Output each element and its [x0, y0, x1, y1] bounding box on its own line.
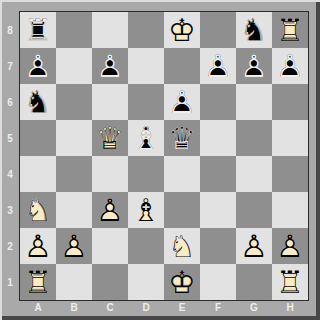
piece-white-knight[interactable]: ♞♘	[20, 192, 56, 228]
piece-white-pawn[interactable]: ♟♙	[56, 228, 92, 264]
rank-label-4: 4	[0, 156, 20, 192]
white-knight-outline-icon: ♘	[164, 228, 200, 264]
piece-black-pawn[interactable]: ♟♙	[272, 48, 308, 84]
square-f6[interactable]	[200, 84, 236, 120]
square-d5[interactable]: ♝♗	[128, 120, 164, 156]
square-c4[interactable]	[92, 156, 128, 192]
white-pawn-icon: ♟	[56, 228, 92, 264]
white-king-icon: ♚	[164, 12, 200, 48]
black-pawn-icon: ♟	[164, 84, 200, 120]
square-d6[interactable]	[128, 84, 164, 120]
square-d7[interactable]	[128, 48, 164, 84]
white-pawn-icon: ♟	[236, 228, 272, 264]
piece-white-pawn[interactable]: ♟♙	[272, 228, 308, 264]
white-pawn-icon: ♟	[272, 228, 308, 264]
square-h2[interactable]: ♟♙	[272, 228, 308, 264]
piece-white-rook[interactable]: ♜♖	[20, 264, 56, 300]
square-e1[interactable]: ♚♔	[164, 264, 200, 300]
square-c8[interactable]	[92, 12, 128, 48]
diagram-frame: 87654321 ♜♖♚♔♞♘♜♖♟♙♟♙♟♙♟♙♟♙♞♘♟♙♛♕♝♗♛♕♞♘♟…	[0, 0, 320, 320]
piece-black-rook[interactable]: ♜♖	[20, 12, 56, 48]
piece-white-pawn[interactable]: ♟♙	[20, 228, 56, 264]
piece-white-king[interactable]: ♚♔	[164, 12, 200, 48]
black-bishop-outline-icon: ♗	[128, 120, 164, 156]
square-a6[interactable]: ♞♘	[20, 84, 56, 120]
square-e8[interactable]: ♚♔	[164, 12, 200, 48]
square-a2[interactable]: ♟♙	[20, 228, 56, 264]
piece-white-rook[interactable]: ♜♖	[272, 12, 308, 48]
black-pawn-icon: ♟	[92, 48, 128, 84]
piece-black-knight[interactable]: ♞♘	[20, 84, 56, 120]
square-b7[interactable]	[56, 48, 92, 84]
chess-board[interactable]: ♜♖♚♔♞♘♜♖♟♙♟♙♟♙♟♙♟♙♞♘♟♙♛♕♝♗♛♕♞♘♟♙♝♗♟♙♟♙♞♘…	[20, 12, 308, 300]
square-g5[interactable]	[236, 120, 272, 156]
black-pawn-icon: ♟	[200, 48, 236, 84]
square-h1[interactable]: ♜♖	[272, 264, 308, 300]
square-g4[interactable]	[236, 156, 272, 192]
black-pawn-outline-icon: ♙	[200, 48, 236, 84]
square-e4[interactable]	[164, 156, 200, 192]
white-queen-outline-icon: ♕	[92, 120, 128, 156]
square-f2[interactable]	[200, 228, 236, 264]
file-label-d: D	[128, 301, 164, 317]
white-knight-icon: ♞	[164, 228, 200, 264]
white-pawn-icon: ♟	[20, 228, 56, 264]
square-b6[interactable]	[56, 84, 92, 120]
square-a8[interactable]: ♜♖	[20, 12, 56, 48]
piece-black-bishop[interactable]: ♝♗	[128, 120, 164, 156]
square-d4[interactable]	[128, 156, 164, 192]
black-pawn-outline-icon: ♙	[164, 84, 200, 120]
square-b1[interactable]	[56, 264, 92, 300]
rank-label-1: 1	[0, 264, 20, 300]
square-f5[interactable]	[200, 120, 236, 156]
square-g8[interactable]: ♞♘	[236, 12, 272, 48]
white-knight-outline-icon: ♘	[20, 192, 56, 228]
white-rook-outline-icon: ♖	[272, 264, 308, 300]
white-pawn-outline-icon: ♙	[272, 228, 308, 264]
file-label-b: B	[56, 301, 92, 317]
square-e5[interactable]: ♛♕	[164, 120, 200, 156]
square-c5[interactable]: ♛♕	[92, 120, 128, 156]
piece-white-pawn[interactable]: ♟♙	[236, 228, 272, 264]
file-label-f: F	[200, 301, 236, 317]
square-c1[interactable]	[92, 264, 128, 300]
white-king-outline-icon: ♔	[164, 12, 200, 48]
square-h4[interactable]	[272, 156, 308, 192]
white-rook-outline-icon: ♖	[20, 264, 56, 300]
white-rook-icon: ♜	[272, 264, 308, 300]
black-knight-icon: ♞	[20, 84, 56, 120]
square-a5[interactable]	[20, 120, 56, 156]
rank-label-3: 3	[0, 192, 20, 228]
square-f1[interactable]	[200, 264, 236, 300]
square-c2[interactable]	[92, 228, 128, 264]
black-pawn-icon: ♟	[236, 48, 272, 84]
square-f8[interactable]	[200, 12, 236, 48]
black-rook-outline-icon: ♖	[20, 12, 56, 48]
white-knight-icon: ♞	[20, 192, 56, 228]
piece-black-pawn[interactable]: ♟♙	[200, 48, 236, 84]
black-pawn-outline-icon: ♙	[92, 48, 128, 84]
black-bishop-icon: ♝	[128, 120, 164, 156]
piece-black-queen[interactable]: ♛♕	[164, 120, 200, 156]
square-a3[interactable]: ♞♘	[20, 192, 56, 228]
file-label-h: H	[272, 301, 308, 317]
white-queen-icon: ♛	[92, 120, 128, 156]
white-pawn-outline-icon: ♙	[56, 228, 92, 264]
piece-black-pawn[interactable]: ♟♙	[164, 84, 200, 120]
file-label-g: G	[236, 301, 272, 317]
rank-labels: 87654321	[0, 12, 20, 300]
piece-black-pawn[interactable]: ♟♙	[236, 48, 272, 84]
piece-white-bishop[interactable]: ♝♗	[128, 192, 164, 228]
square-a1[interactable]: ♜♖	[20, 264, 56, 300]
black-queen-icon: ♛	[164, 120, 200, 156]
white-king-outline-icon: ♔	[164, 264, 200, 300]
square-f7[interactable]: ♟♙	[200, 48, 236, 84]
square-d8[interactable]	[128, 12, 164, 48]
square-b4[interactable]	[56, 156, 92, 192]
black-pawn-outline-icon: ♙	[236, 48, 272, 84]
square-g2[interactable]: ♟♙	[236, 228, 272, 264]
square-c6[interactable]	[92, 84, 128, 120]
square-b8[interactable]	[56, 12, 92, 48]
square-h3[interactable]	[272, 192, 308, 228]
black-pawn-outline-icon: ♙	[272, 48, 308, 84]
piece-white-pawn[interactable]: ♟♙	[92, 192, 128, 228]
rank-label-5: 5	[0, 120, 20, 156]
file-label-a: A	[20, 301, 56, 317]
square-h8[interactable]: ♜♖	[272, 12, 308, 48]
square-g3[interactable]	[236, 192, 272, 228]
rank-label-8: 8	[0, 12, 20, 48]
rank-label-7: 7	[0, 48, 20, 84]
piece-white-king[interactable]: ♚♔	[164, 264, 200, 300]
square-c7[interactable]: ♟♙	[92, 48, 128, 84]
square-h5[interactable]	[272, 120, 308, 156]
square-b2[interactable]: ♟♙	[56, 228, 92, 264]
rank-label-2: 2	[0, 228, 20, 264]
white-king-icon: ♚	[164, 264, 200, 300]
file-labels: ABCDEFGH	[20, 301, 308, 317]
square-g7[interactable]: ♟♙	[236, 48, 272, 84]
white-pawn-outline-icon: ♙	[236, 228, 272, 264]
square-h6[interactable]	[272, 84, 308, 120]
black-knight-icon: ♞	[236, 12, 272, 48]
white-pawn-outline-icon: ♙	[20, 228, 56, 264]
black-rook-icon: ♜	[20, 12, 56, 48]
square-a4[interactable]	[20, 156, 56, 192]
piece-black-pawn[interactable]: ♟♙	[20, 48, 56, 84]
file-label-c: C	[92, 301, 128, 317]
square-e2[interactable]: ♞♘	[164, 228, 200, 264]
square-b3[interactable]	[56, 192, 92, 228]
white-pawn-outline-icon: ♙	[92, 192, 128, 228]
rank-label-6: 6	[0, 84, 20, 120]
square-f3[interactable]	[200, 192, 236, 228]
square-d1[interactable]	[128, 264, 164, 300]
black-pawn-icon: ♟	[20, 48, 56, 84]
piece-white-knight[interactable]: ♞♘	[164, 228, 200, 264]
square-a7[interactable]: ♟♙	[20, 48, 56, 84]
square-b5[interactable]	[56, 120, 92, 156]
white-bishop-icon: ♝	[128, 192, 164, 228]
piece-white-queen[interactable]: ♛♕	[92, 120, 128, 156]
white-pawn-icon: ♟	[92, 192, 128, 228]
square-d2[interactable]	[128, 228, 164, 264]
square-e7[interactable]	[164, 48, 200, 84]
piece-black-knight[interactable]: ♞♘	[236, 12, 272, 48]
file-label-e: E	[164, 301, 200, 317]
square-g6[interactable]	[236, 84, 272, 120]
square-e6[interactable]: ♟♙	[164, 84, 200, 120]
piece-white-rook[interactable]: ♜♖	[272, 264, 308, 300]
black-queen-outline-icon: ♕	[164, 120, 200, 156]
piece-black-pawn[interactable]: ♟♙	[92, 48, 128, 84]
white-rook-icon: ♜	[272, 12, 308, 48]
square-c3[interactable]: ♟♙	[92, 192, 128, 228]
square-e3[interactable]	[164, 192, 200, 228]
square-g1[interactable]	[236, 264, 272, 300]
white-rook-icon: ♜	[20, 264, 56, 300]
square-f4[interactable]	[200, 156, 236, 192]
black-pawn-outline-icon: ♙	[20, 48, 56, 84]
black-pawn-icon: ♟	[272, 48, 308, 84]
white-bishop-outline-icon: ♗	[128, 192, 164, 228]
black-knight-outline-icon: ♘	[236, 12, 272, 48]
black-knight-outline-icon: ♘	[20, 84, 56, 120]
square-d3[interactable]: ♝♗	[128, 192, 164, 228]
white-rook-outline-icon: ♖	[272, 12, 308, 48]
square-h7[interactable]: ♟♙	[272, 48, 308, 84]
